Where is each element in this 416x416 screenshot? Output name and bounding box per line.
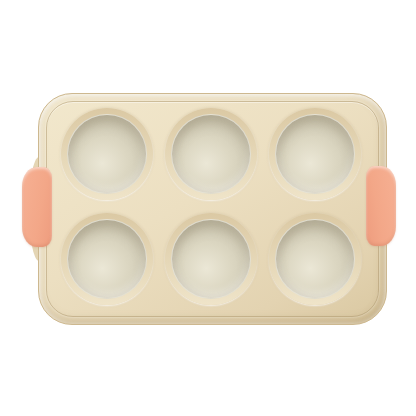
- muffin-cup: [61, 108, 153, 200]
- left-grip-handle: [22, 167, 52, 247]
- muffin-cup: [165, 108, 257, 200]
- muffin-cup: [165, 213, 257, 305]
- muffin-cup-well: [67, 219, 147, 299]
- muffin-cup-well: [275, 219, 355, 299]
- right-grip-handle: [366, 166, 396, 246]
- muffin-cup-well: [275, 114, 355, 194]
- muffin-cup-well: [171, 114, 251, 194]
- muffin-cup: [269, 108, 361, 200]
- muffin-cup-well: [171, 219, 251, 299]
- muffin-cup: [269, 213, 361, 305]
- muffin-cup-grid: [61, 108, 361, 305]
- muffin-cup: [61, 213, 153, 305]
- muffin-cup-well: [67, 114, 147, 194]
- muffin-pan: [38, 93, 387, 325]
- product-photo-background: [0, 0, 416, 416]
